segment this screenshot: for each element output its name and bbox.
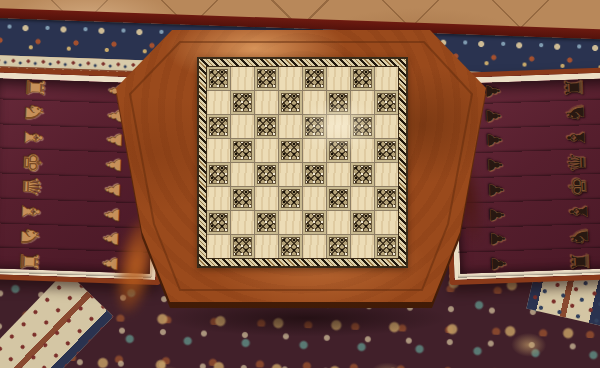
board-grid	[206, 66, 399, 259]
chess-table-scene: ♜♟♞♟♝♟♚♟♛♟♝♟♞♟♜♟ ♟♜♟♞♟♝♟♛♟♚♟♝♟♞♟♜	[0, 0, 600, 368]
board-square-r5c1[interactable]	[207, 163, 230, 186]
board-square-r6c3[interactable]	[255, 187, 278, 210]
light-pawn-piece[interactable]: ♟	[104, 181, 124, 199]
board-square-r1c5[interactable]	[303, 67, 326, 90]
board-square-r4c5[interactable]	[303, 139, 326, 162]
board-square-r5c5[interactable]	[303, 163, 326, 186]
dark-pawn-piece[interactable]: ♟	[487, 181, 507, 199]
board-square-r8c6[interactable]	[327, 235, 350, 258]
dark-bishop-piece[interactable]: ♝	[567, 201, 592, 223]
board-square-r8c3[interactable]	[255, 235, 278, 258]
dark-king-piece[interactable]: ♚	[566, 176, 591, 198]
board-square-r5c8[interactable]	[375, 163, 398, 186]
board-square-r2c7[interactable]	[351, 91, 374, 114]
board-square-r7c5[interactable]	[303, 211, 326, 234]
board-square-r7c8[interactable]	[375, 211, 398, 234]
board-square-r4c6[interactable]	[327, 139, 350, 162]
board-square-r1c8[interactable]	[375, 67, 398, 90]
dark-pawn-piece[interactable]: ♟	[489, 255, 509, 273]
dark-pawn-piece[interactable]: ♟	[488, 230, 508, 248]
board-square-r4c3[interactable]	[255, 139, 278, 162]
board-square-r3c3[interactable]	[255, 115, 278, 138]
board-square-r8c4[interactable]	[279, 235, 302, 258]
light-rook-piece[interactable]: ♜	[17, 250, 42, 272]
board-square-r2c3[interactable]	[255, 91, 278, 114]
dark-pawn-piece[interactable]: ♟	[488, 206, 508, 224]
light-knight-piece[interactable]: ♞	[22, 102, 47, 124]
board-square-r5c2[interactable]	[231, 163, 254, 186]
light-pawn-piece[interactable]: ♟	[105, 156, 125, 174]
dark-pawn-piece[interactable]: ♟	[486, 156, 506, 174]
board-square-r2c8[interactable]	[375, 91, 398, 114]
dark-bishop-piece[interactable]: ♝	[564, 126, 589, 148]
board-square-r1c7[interactable]	[351, 67, 374, 90]
light-pawn-piece[interactable]: ♟	[103, 206, 123, 224]
dark-pawn-piece[interactable]: ♟	[483, 82, 503, 100]
board-square-r6c2[interactable]	[231, 187, 254, 210]
light-bishop-piece[interactable]: ♝	[18, 201, 43, 223]
board-square-r1c3[interactable]	[255, 67, 278, 90]
board-square-r5c7[interactable]	[351, 163, 374, 186]
board-square-r3c5[interactable]	[303, 115, 326, 138]
light-knight-piece[interactable]: ♞	[17, 225, 42, 247]
board-square-r7c4[interactable]	[279, 211, 302, 234]
board-square-r7c1[interactable]	[207, 211, 230, 234]
board-square-r2c6[interactable]	[327, 91, 350, 114]
dark-pawn-piece[interactable]: ♟	[484, 107, 504, 125]
light-queen-piece[interactable]: ♛	[19, 176, 44, 198]
board-square-r1c2[interactable]	[231, 67, 254, 90]
light-pawn-piece[interactable]: ♟	[105, 131, 125, 149]
board-square-r6c7[interactable]	[351, 187, 374, 210]
board-square-r2c1[interactable]	[207, 91, 230, 114]
board-square-r8c2[interactable]	[231, 235, 254, 258]
board-square-r7c3[interactable]	[255, 211, 278, 234]
board-square-r4c4[interactable]	[279, 139, 302, 162]
dark-rook-piece[interactable]: ♜	[569, 250, 594, 272]
board-square-r8c5[interactable]	[303, 235, 326, 258]
board-square-r4c7[interactable]	[351, 139, 374, 162]
board-square-r3c2[interactable]	[231, 115, 254, 138]
dark-knight-piece[interactable]: ♞	[568, 225, 593, 247]
board-square-r2c2[interactable]	[231, 91, 254, 114]
board-square-r4c8[interactable]	[375, 139, 398, 162]
board-square-r6c6[interactable]	[327, 187, 350, 210]
board-square-r3c7[interactable]	[351, 115, 374, 138]
board-square-r4c1[interactable]	[207, 139, 230, 162]
light-bishop-piece[interactable]: ♝	[21, 126, 46, 148]
board-square-r5c4[interactable]	[279, 163, 302, 186]
board-square-r2c5[interactable]	[303, 91, 326, 114]
board-square-r7c7[interactable]	[351, 211, 374, 234]
board-square-r3c6[interactable]	[327, 115, 350, 138]
dark-pawn-piece[interactable]: ♟	[485, 131, 505, 149]
board-square-r6c4[interactable]	[279, 187, 302, 210]
board-square-r2c4[interactable]	[279, 91, 302, 114]
dark-knight-piece[interactable]: ♞	[563, 102, 588, 124]
board-square-r7c2[interactable]	[231, 211, 254, 234]
board-square-r8c8[interactable]	[375, 235, 398, 258]
board-square-r1c6[interactable]	[327, 67, 350, 90]
board-square-r6c8[interactable]	[375, 187, 398, 210]
light-rook-piece[interactable]: ♜	[23, 77, 48, 99]
light-king-piece[interactable]: ♚	[20, 151, 45, 173]
board-square-r4c2[interactable]	[231, 139, 254, 162]
board-square-r1c1[interactable]	[207, 67, 230, 90]
board-square-r3c4[interactable]	[279, 115, 302, 138]
board-square-r1c4[interactable]	[279, 67, 302, 90]
board-square-r6c5[interactable]	[303, 187, 326, 210]
board-square-r3c1[interactable]	[207, 115, 230, 138]
board-square-r3c8[interactable]	[375, 115, 398, 138]
chessboard	[197, 57, 408, 268]
board-square-r5c6[interactable]	[327, 163, 350, 186]
board-square-r5c3[interactable]	[255, 163, 278, 186]
board-square-r7c6[interactable]	[327, 211, 350, 234]
board-square-r8c1[interactable]	[207, 235, 230, 258]
dark-rook-piece[interactable]: ♜	[563, 77, 588, 99]
board-square-r8c7[interactable]	[351, 235, 374, 258]
dark-queen-piece[interactable]: ♛	[565, 151, 590, 173]
board-square-r6c1[interactable]	[207, 187, 230, 210]
